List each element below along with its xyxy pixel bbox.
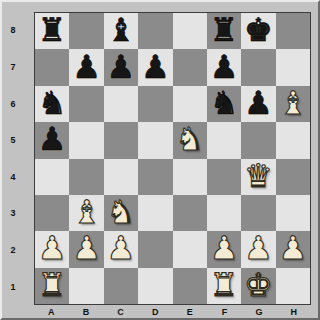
square-b5[interactable] [69, 122, 103, 158]
white-pawn: ♟ [38, 232, 67, 264]
square-g1[interactable]: ♚ [241, 268, 275, 304]
square-g8[interactable]: ♚ [241, 13, 275, 49]
square-b2[interactable]: ♟ [69, 231, 103, 267]
square-c8[interactable]: ♝ [104, 13, 138, 49]
file-label-h: H [276, 305, 311, 319]
black-knight: ♞ [38, 87, 67, 119]
white-bishop: ♝ [72, 196, 101, 228]
file-label-b: B [69, 305, 104, 319]
black-pawn: ♟ [107, 51, 136, 83]
square-c5[interactable] [104, 122, 138, 158]
square-a7[interactable] [35, 49, 69, 85]
square-h8[interactable] [276, 13, 310, 49]
rank-label-8: 8 [2, 12, 24, 49]
square-e6[interactable] [173, 86, 207, 122]
rank-label-3: 3 [2, 195, 24, 232]
square-f4[interactable] [207, 159, 241, 195]
square-f8[interactable]: ♜ [207, 13, 241, 49]
square-a5[interactable]: ♟ [35, 122, 69, 158]
square-f2[interactable]: ♟ [207, 231, 241, 267]
square-g4[interactable]: ♛ [241, 159, 275, 195]
black-rook: ♜ [210, 14, 239, 46]
square-f5[interactable] [207, 122, 241, 158]
square-g2[interactable]: ♟ [241, 231, 275, 267]
square-b6[interactable] [69, 86, 103, 122]
square-d7[interactable]: ♟ [138, 49, 172, 85]
rank-label-6: 6 [2, 85, 24, 122]
square-a8[interactable]: ♜ [35, 13, 69, 49]
square-d8[interactable] [138, 13, 172, 49]
file-label-f: F [207, 305, 242, 319]
square-h1[interactable] [276, 268, 310, 304]
file-label-d: D [138, 305, 173, 319]
square-g7[interactable] [241, 49, 275, 85]
rank-labels: 87654321 [2, 12, 24, 305]
white-pawn: ♟ [72, 232, 101, 264]
black-rook: ♜ [38, 14, 67, 46]
square-e1[interactable] [173, 268, 207, 304]
black-bishop: ♝ [107, 14, 136, 46]
square-h7[interactable] [276, 49, 310, 85]
chess-board: ♜♝♜♚♟♟♟♟♞♞♟♝♟♞♛♝♞♟♟♟♟♟♟♜♜♚ [34, 12, 311, 305]
square-h2[interactable]: ♟ [276, 231, 310, 267]
square-g6[interactable]: ♟ [241, 86, 275, 122]
square-b3[interactable]: ♝ [69, 195, 103, 231]
white-knight: ♞ [107, 196, 136, 228]
square-e5[interactable]: ♞ [173, 122, 207, 158]
black-pawn: ♟ [141, 51, 170, 83]
square-b1[interactable] [69, 268, 103, 304]
square-c4[interactable] [104, 159, 138, 195]
square-h4[interactable] [276, 159, 310, 195]
square-c6[interactable] [104, 86, 138, 122]
square-e3[interactable] [173, 195, 207, 231]
square-b4[interactable] [69, 159, 103, 195]
rank-label-2: 2 [2, 232, 24, 269]
square-a6[interactable]: ♞ [35, 86, 69, 122]
black-pawn: ♟ [210, 51, 239, 83]
square-h6[interactable]: ♝ [276, 86, 310, 122]
white-pawn: ♟ [244, 232, 273, 264]
square-d1[interactable] [138, 268, 172, 304]
square-e7[interactable] [173, 49, 207, 85]
square-e4[interactable] [173, 159, 207, 195]
square-f3[interactable] [207, 195, 241, 231]
square-e2[interactable] [173, 231, 207, 267]
square-c3[interactable]: ♞ [104, 195, 138, 231]
black-pawn: ♟ [38, 123, 67, 155]
square-e8[interactable] [173, 13, 207, 49]
chess-diagram-frame: 87654321 ♜♝♜♚♟♟♟♟♞♞♟♝♟♞♛♝♞♟♟♟♟♟♟♜♜♚ ABCD… [0, 0, 320, 320]
white-rook: ♜ [38, 269, 67, 301]
white-pawn: ♟ [278, 232, 307, 264]
square-f7[interactable]: ♟ [207, 49, 241, 85]
white-queen: ♛ [244, 160, 273, 192]
black-pawn: ♟ [72, 51, 101, 83]
white-king: ♚ [244, 269, 273, 301]
square-a1[interactable]: ♜ [35, 268, 69, 304]
square-a2[interactable]: ♟ [35, 231, 69, 267]
square-d5[interactable] [138, 122, 172, 158]
rank-label-7: 7 [2, 49, 24, 86]
white-pawn: ♟ [210, 232, 239, 264]
square-g5[interactable] [241, 122, 275, 158]
file-labels: ABCDEFGH [34, 305, 311, 319]
white-rook: ♜ [210, 269, 239, 301]
square-a4[interactable] [35, 159, 69, 195]
square-g3[interactable] [241, 195, 275, 231]
file-label-c: C [103, 305, 138, 319]
white-knight: ♞ [175, 123, 204, 155]
square-h3[interactable] [276, 195, 310, 231]
square-f1[interactable]: ♜ [207, 268, 241, 304]
black-knight: ♞ [210, 87, 239, 119]
rank-label-4: 4 [2, 159, 24, 196]
file-label-g: G [242, 305, 277, 319]
square-a3[interactable] [35, 195, 69, 231]
square-d4[interactable] [138, 159, 172, 195]
square-h5[interactable] [276, 122, 310, 158]
square-b8[interactable] [69, 13, 103, 49]
rank-label-1: 1 [2, 268, 24, 305]
white-pawn: ♟ [107, 232, 136, 264]
square-b7[interactable]: ♟ [69, 49, 103, 85]
black-pawn: ♟ [244, 87, 273, 119]
square-c1[interactable] [104, 268, 138, 304]
square-d6[interactable] [138, 86, 172, 122]
white-bishop: ♝ [278, 87, 307, 119]
square-f6[interactable]: ♞ [207, 86, 241, 122]
file-label-a: A [34, 305, 69, 319]
black-king: ♚ [244, 14, 273, 46]
rank-label-5: 5 [2, 122, 24, 159]
square-d3[interactable] [138, 195, 172, 231]
square-c7[interactable]: ♟ [104, 49, 138, 85]
file-label-e: E [173, 305, 208, 319]
square-c2[interactable]: ♟ [104, 231, 138, 267]
square-d2[interactable] [138, 231, 172, 267]
